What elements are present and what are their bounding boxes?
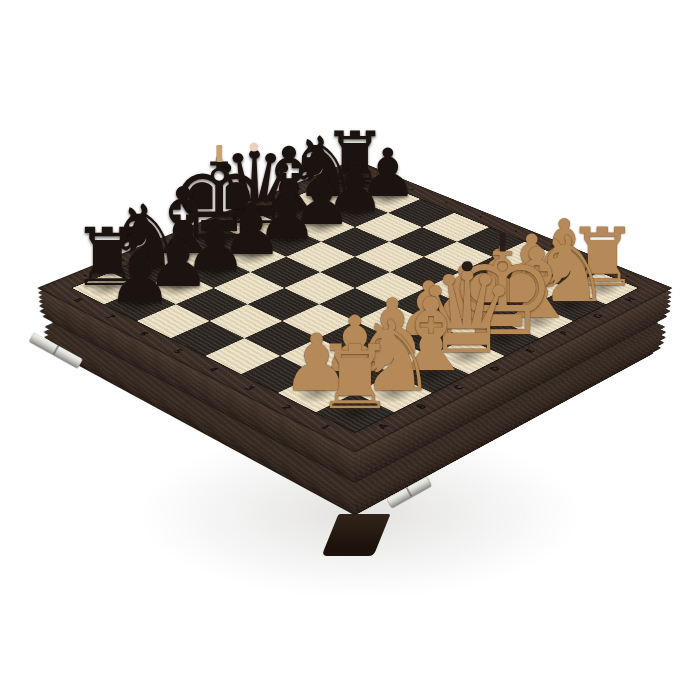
rank-label-3: 3 — [239, 383, 259, 393]
square-b2 — [317, 356, 393, 393]
square-c4 — [282, 304, 355, 338]
rank-label-8: 8 — [69, 296, 87, 305]
rail-dot — [230, 215, 234, 217]
square-a6 — [137, 304, 210, 338]
square-d1 — [430, 338, 505, 374]
rail-dot — [264, 201, 268, 203]
square-f1 — [500, 304, 573, 338]
rail-dot — [121, 259, 125, 261]
file-label-a: A — [373, 421, 394, 431]
square-b6 — [176, 288, 248, 321]
rail-dot — [444, 202, 448, 204]
square-b1 — [355, 374, 432, 412]
board-frame: 12345678 ABCDEFGH — [37, 159, 673, 452]
square-a7 — [104, 288, 176, 321]
rail-dot — [297, 188, 301, 190]
square-b5 — [210, 304, 283, 338]
rail-dot — [550, 245, 554, 247]
rank-label-5: 5 — [168, 347, 187, 356]
square-a5 — [171, 321, 245, 356]
rank-label-7: 7 — [101, 313, 119, 322]
rank-label-6: 6 — [134, 330, 153, 339]
file-label-d: D — [486, 364, 505, 374]
square-a4 — [205, 338, 280, 374]
rail-dot — [194, 229, 198, 231]
square-c2 — [355, 338, 430, 374]
square-a3 — [241, 356, 317, 393]
square-g1 — [534, 288, 606, 321]
rail-dot — [625, 276, 629, 278]
square-d2 — [392, 321, 466, 356]
rail-dot — [378, 175, 382, 177]
rank-label-2: 2 — [276, 403, 296, 413]
square-c5 — [247, 288, 319, 321]
square-d4 — [319, 288, 391, 321]
square-e3 — [391, 288, 463, 321]
file-label-g: G — [589, 312, 607, 321]
square-d3 — [355, 304, 428, 338]
square-e2 — [428, 304, 501, 338]
rail-dot — [158, 244, 162, 246]
rank-label-1: 1 — [315, 422, 336, 432]
file-label-h: H — [622, 295, 640, 304]
square-e1 — [466, 321, 540, 356]
square-f2 — [463, 288, 535, 321]
rail-dot — [587, 260, 591, 262]
product-photo: 12345678 ABCDEFGH ♜♞♝♚♛♝♞♜♟♟♟♟♟♟♟♟♟♟♟♟♟♟… — [0, 0, 700, 700]
square-b3 — [280, 338, 355, 374]
rail-dot — [411, 188, 415, 190]
file-label-e: E — [521, 346, 540, 355]
chess-case: 12345678 ABCDEFGH — [37, 159, 673, 452]
file-label-b: B — [412, 402, 432, 412]
rail-dot — [330, 174, 334, 176]
file-label-f: F — [556, 329, 575, 338]
square-a1 — [316, 393, 394, 432]
rail-dot — [479, 216, 483, 218]
square-b4 — [244, 321, 318, 356]
square-c1 — [393, 356, 469, 393]
square-c3 — [318, 321, 392, 356]
rail-dot — [514, 230, 518, 232]
rail-dot — [83, 275, 87, 277]
file-label-c: C — [449, 383, 469, 393]
square-a2 — [278, 374, 355, 412]
rank-label-4: 4 — [203, 365, 222, 375]
